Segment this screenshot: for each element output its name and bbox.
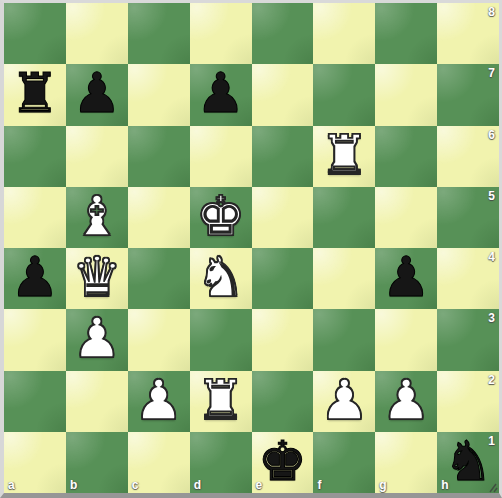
square-e3[interactable]	[252, 309, 314, 370]
square-a5[interactable]	[4, 187, 66, 248]
square-h6[interactable]: 6	[437, 126, 499, 187]
square-b1[interactable]: b	[66, 432, 128, 493]
square-h8[interactable]: 8	[437, 3, 499, 64]
square-c3[interactable]	[128, 309, 190, 370]
square-d3[interactable]	[190, 309, 252, 370]
black-rook[interactable]: ♜	[10, 66, 59, 121]
square-d6[interactable]	[190, 126, 252, 187]
black-pawn[interactable]: ♟	[72, 66, 121, 121]
white-pawn[interactable]: ♟	[134, 373, 183, 428]
square-c8[interactable]	[128, 3, 190, 64]
square-c2[interactable]: ♟	[128, 371, 190, 432]
square-h5[interactable]: 5	[437, 187, 499, 248]
black-pawn[interactable]: ♟	[196, 66, 245, 121]
rank-label-3: 3	[488, 312, 495, 324]
square-f7[interactable]	[313, 64, 375, 125]
square-a6[interactable]	[4, 126, 66, 187]
square-g3[interactable]	[375, 309, 437, 370]
square-b2[interactable]	[66, 371, 128, 432]
square-c1[interactable]: c	[128, 432, 190, 493]
square-f1[interactable]: f	[313, 432, 375, 493]
square-d7[interactable]: ♟	[190, 64, 252, 125]
square-e4[interactable]	[252, 248, 314, 309]
white-knight[interactable]: ♞	[196, 250, 245, 305]
square-d5[interactable]: ♚	[190, 187, 252, 248]
chessboard-screenshot: 8♜♟♟7♜6♝♚5♟♛♞♟4♟3♟♜♟♟2abcd♚efg♞1h	[0, 0, 502, 498]
square-a3[interactable]	[4, 309, 66, 370]
rank-label-8: 8	[488, 6, 495, 18]
square-e7[interactable]	[252, 64, 314, 125]
square-b3[interactable]: ♟	[66, 309, 128, 370]
square-a4[interactable]: ♟	[4, 248, 66, 309]
file-label-a: a	[8, 479, 15, 491]
white-rook[interactable]: ♜	[320, 128, 369, 183]
square-b5[interactable]: ♝	[66, 187, 128, 248]
square-e5[interactable]	[252, 187, 314, 248]
rank-label-4: 4	[488, 251, 495, 263]
rank-label-6: 6	[488, 129, 495, 141]
square-h2[interactable]: 2	[437, 371, 499, 432]
black-pawn[interactable]: ♟	[382, 250, 431, 305]
black-pawn[interactable]: ♟	[10, 250, 59, 305]
square-g8[interactable]	[375, 3, 437, 64]
square-d2[interactable]: ♜	[190, 371, 252, 432]
square-e6[interactable]	[252, 126, 314, 187]
square-g2[interactable]: ♟	[375, 371, 437, 432]
file-label-c: c	[132, 479, 139, 491]
square-b6[interactable]	[66, 126, 128, 187]
white-rook[interactable]: ♜	[196, 373, 245, 428]
square-g4[interactable]: ♟	[375, 248, 437, 309]
square-f8[interactable]	[313, 3, 375, 64]
rank-label-5: 5	[488, 190, 495, 202]
square-a7[interactable]: ♜	[4, 64, 66, 125]
square-a8[interactable]	[4, 3, 66, 64]
square-d4[interactable]: ♞	[190, 248, 252, 309]
white-bishop[interactable]: ♝	[72, 189, 121, 244]
square-f6[interactable]: ♜	[313, 126, 375, 187]
square-f2[interactable]: ♟	[313, 371, 375, 432]
square-a1[interactable]: a	[4, 432, 66, 493]
rank-label-2: 2	[488, 374, 495, 386]
file-label-f: f	[317, 479, 321, 491]
square-c7[interactable]	[128, 64, 190, 125]
square-f5[interactable]	[313, 187, 375, 248]
square-g1[interactable]: g	[375, 432, 437, 493]
square-f4[interactable]	[313, 248, 375, 309]
square-c6[interactable]	[128, 126, 190, 187]
square-h4[interactable]: 4	[437, 248, 499, 309]
square-h7[interactable]: 7	[437, 64, 499, 125]
white-pawn[interactable]: ♟	[72, 311, 121, 366]
square-f3[interactable]	[313, 309, 375, 370]
board-resize-handle-icon[interactable]	[485, 479, 498, 492]
square-g7[interactable]	[375, 64, 437, 125]
square-e1[interactable]: ♚e	[252, 432, 314, 493]
file-label-b: b	[70, 479, 77, 491]
square-a2[interactable]	[4, 371, 66, 432]
square-e2[interactable]	[252, 371, 314, 432]
square-g5[interactable]	[375, 187, 437, 248]
rank-label-7: 7	[488, 67, 495, 79]
square-h3[interactable]: 3	[437, 309, 499, 370]
black-king[interactable]: ♚	[258, 434, 307, 489]
square-g6[interactable]	[375, 126, 437, 187]
square-b8[interactable]	[66, 3, 128, 64]
square-d8[interactable]	[190, 3, 252, 64]
square-c5[interactable]	[128, 187, 190, 248]
white-queen[interactable]: ♛	[72, 250, 121, 305]
white-pawn[interactable]: ♟	[382, 373, 431, 428]
file-label-g: g	[379, 479, 386, 491]
white-pawn[interactable]: ♟	[320, 373, 369, 428]
file-label-d: d	[194, 479, 201, 491]
square-e8[interactable]	[252, 3, 314, 64]
square-b7[interactable]: ♟	[66, 64, 128, 125]
chess-board-frame: 8♜♟♟7♜6♝♚5♟♛♞♟4♟3♟♜♟♟2abcd♚efg♞1h	[0, 0, 502, 498]
square-b4[interactable]: ♛	[66, 248, 128, 309]
white-king[interactable]: ♚	[196, 189, 245, 244]
square-c4[interactable]	[128, 248, 190, 309]
chess-board: 8♜♟♟7♜6♝♚5♟♛♞♟4♟3♟♜♟♟2abcd♚efg♞1h	[4, 3, 499, 493]
square-d1[interactable]: d	[190, 432, 252, 493]
